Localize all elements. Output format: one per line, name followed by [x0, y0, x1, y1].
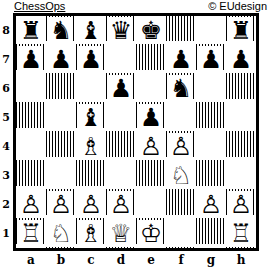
square-e4: ♙: [136, 132, 166, 161]
square-d5: [106, 103, 136, 132]
square-g8: [196, 16, 226, 45]
square-a1: ♖: [16, 219, 46, 248]
file-label-b: b: [46, 253, 76, 268]
rank-label-4: 4: [0, 132, 12, 161]
black-pawn: ♟: [196, 45, 226, 74]
white-bishop: ♗: [76, 219, 106, 248]
square-c7: ♟: [76, 45, 106, 74]
square-f8: [166, 16, 196, 45]
square-d4: [106, 132, 136, 161]
rank-label-7: 7: [0, 45, 12, 74]
black-pawn: ♟: [46, 45, 76, 74]
white-pawn: ♙: [16, 190, 46, 219]
white-rook: ♖: [16, 219, 46, 248]
square-c4: ♗: [76, 132, 106, 161]
square-e3: [136, 161, 166, 190]
square-f1: [166, 219, 196, 248]
square-b7: ♟: [46, 45, 76, 74]
file-label-h: h: [226, 253, 256, 268]
square-e1: ♔: [136, 219, 166, 248]
black-pawn: ♟: [106, 74, 136, 103]
white-pawn: ♙: [46, 190, 76, 219]
square-b2: ♙: [46, 190, 76, 219]
file-label-c: c: [76, 253, 106, 268]
white-knight: ♘: [46, 219, 76, 248]
square-h7: ♟: [226, 45, 256, 74]
square-h6: [226, 74, 256, 103]
square-a5: [16, 103, 46, 132]
square-b4: [46, 132, 76, 161]
black-rook: ♜: [226, 16, 256, 45]
black-rook: ♜: [16, 16, 46, 45]
square-b5: [46, 103, 76, 132]
white-rook: ♖: [226, 219, 256, 248]
square-a3: [16, 161, 46, 190]
square-a2: ♙: [16, 190, 46, 219]
square-c3: [76, 161, 106, 190]
square-h5: [226, 103, 256, 132]
square-g1: [196, 219, 226, 248]
square-h8: ♜: [226, 16, 256, 45]
file-label-a: a: [16, 253, 46, 268]
square-b1: ♘: [46, 219, 76, 248]
square-c5: ♝: [76, 103, 106, 132]
square-c6: [76, 74, 106, 103]
black-bishop: ♝: [76, 103, 106, 132]
white-pawn: ♙: [226, 190, 256, 219]
white-bishop: ♗: [76, 132, 106, 161]
square-g7: ♟: [196, 45, 226, 74]
white-king: ♔: [136, 219, 166, 248]
rank-labels: 87654321: [0, 16, 12, 248]
square-c2: ♙: [76, 190, 106, 219]
board: ♜♞♝♛♚♜♟♟♟♟♟♟♟♞♝♟♗♙♙♘♙♙♙♙♙♙♖♘♗♕♔♖: [13, 13, 259, 251]
file-labels: abcdefgh: [16, 253, 256, 268]
rank-label-5: 5: [0, 103, 12, 132]
square-f2: [166, 190, 196, 219]
square-c8: ♝: [76, 16, 106, 45]
square-f5: [166, 103, 196, 132]
square-e6: [136, 74, 166, 103]
square-a8: ♜: [16, 16, 46, 45]
white-pawn: ♙: [136, 132, 166, 161]
square-g4: [196, 132, 226, 161]
square-a7: ♟: [16, 45, 46, 74]
square-a4: [16, 132, 46, 161]
square-h1: ♖: [226, 219, 256, 248]
white-pawn: ♙: [106, 190, 136, 219]
rank-label-2: 2: [0, 190, 12, 219]
square-f4: ♙: [166, 132, 196, 161]
square-g6: [196, 74, 226, 103]
square-d3: [106, 161, 136, 190]
rank-label-1: 1: [0, 219, 12, 248]
rank-label-6: 6: [0, 74, 12, 103]
square-a6: [16, 74, 46, 103]
square-d8: ♛: [106, 16, 136, 45]
square-e2: [136, 190, 166, 219]
black-knight: ♞: [46, 16, 76, 45]
square-d2: ♙: [106, 190, 136, 219]
square-g3: [196, 161, 226, 190]
rank-label-8: 8: [0, 16, 12, 45]
square-h2: ♙: [226, 190, 256, 219]
black-pawn: ♟: [16, 45, 46, 74]
black-knight: ♞: [166, 74, 196, 103]
white-pawn: ♙: [76, 190, 106, 219]
square-c1: ♗: [76, 219, 106, 248]
square-h3: [226, 161, 256, 190]
square-d7: [106, 45, 136, 74]
white-queen: ♕: [106, 219, 136, 248]
square-e8: ♚: [136, 16, 166, 45]
square-f3: ♘: [166, 161, 196, 190]
square-b8: ♞: [46, 16, 76, 45]
white-knight: ♘: [166, 161, 196, 190]
square-e7: [136, 45, 166, 74]
black-pawn: ♟: [166, 45, 196, 74]
white-pawn: ♙: [166, 132, 196, 161]
eudesign-credit-link[interactable]: © EUdesign: [208, 0, 267, 13]
file-label-f: f: [166, 253, 196, 268]
black-queen: ♛: [106, 16, 136, 45]
square-b3: [46, 161, 76, 190]
square-f6: ♞: [166, 74, 196, 103]
black-king: ♚: [136, 16, 166, 45]
square-d1: ♕: [106, 219, 136, 248]
header: ChessOps © EUdesign: [0, 0, 270, 13]
square-g5: [196, 103, 226, 132]
black-bishop: ♝: [76, 16, 106, 45]
file-label-e: e: [136, 253, 166, 268]
white-pawn: ♙: [196, 190, 226, 219]
square-b6: [46, 74, 76, 103]
file-label-g: g: [196, 253, 226, 268]
black-pawn: ♟: [226, 45, 256, 74]
square-e5: ♟: [136, 103, 166, 132]
file-label-d: d: [106, 253, 136, 268]
square-f7: ♟: [166, 45, 196, 74]
rank-label-3: 3: [0, 161, 12, 190]
square-d6: ♟: [106, 74, 136, 103]
black-pawn: ♟: [136, 103, 166, 132]
chessops-link[interactable]: ChessOps: [14, 0, 65, 13]
black-pawn: ♟: [76, 45, 106, 74]
square-h4: [226, 132, 256, 161]
square-g2: ♙: [196, 190, 226, 219]
